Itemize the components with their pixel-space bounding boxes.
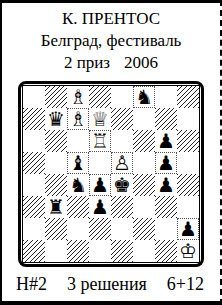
piece-black-pawn: ♟ — [157, 130, 175, 152]
square-a5 — [23, 152, 45, 174]
piece-white-bishop: ♗ — [69, 86, 87, 108]
piece-black-king: ♚ — [113, 174, 131, 196]
square-g6: ♟ — [155, 130, 177, 152]
piece-black-knight: ♞ — [135, 86, 153, 108]
square-h5 — [177, 152, 199, 174]
square-h7 — [177, 108, 199, 130]
square-a2 — [23, 218, 45, 240]
diagram-header: К. ПРЕНТОС Белград, фестиваль 2 приз2006 — [2, 3, 220, 74]
square-f4 — [133, 174, 155, 196]
square-g7 — [155, 108, 177, 130]
piece-white-rook: ♖ — [91, 130, 109, 152]
square-c4: ♞ — [67, 174, 89, 196]
square-h8 — [177, 86, 199, 108]
square-f3 — [133, 196, 155, 218]
square-b4 — [45, 174, 67, 196]
square-b2 — [45, 218, 67, 240]
square-a3 — [23, 196, 45, 218]
square-a1 — [23, 240, 45, 262]
square-e6 — [111, 130, 133, 152]
square-g5: ♟ — [155, 152, 177, 174]
square-c8: ♗ — [67, 86, 89, 108]
square-b6 — [45, 130, 67, 152]
author-line: К. ПРЕНТОС — [2, 8, 220, 30]
square-b1 — [45, 240, 67, 262]
event-line: Белград, фестиваль — [2, 30, 220, 52]
square-d7: ♕ — [89, 108, 111, 130]
square-d6: ♖ — [89, 130, 111, 152]
square-d5 — [89, 152, 111, 174]
piece-white-bishop: ♗ — [69, 108, 87, 130]
square-c2 — [67, 218, 89, 240]
piece-black-pawn: ♟ — [91, 196, 109, 218]
piece-black-pawn: ♟ — [157, 174, 175, 196]
square-d1 — [89, 240, 111, 262]
piece-black-knight: ♞ — [69, 174, 87, 196]
square-c7: ♗ — [67, 108, 89, 130]
square-g1 — [155, 240, 177, 262]
square-h1: ♔ — [177, 240, 199, 262]
square-e7 — [111, 108, 133, 130]
square-c3 — [67, 196, 89, 218]
piece-white-pawn: ♙ — [113, 152, 131, 174]
award-text: 2 приз — [64, 53, 110, 72]
square-c1 — [67, 240, 89, 262]
square-c6 — [67, 130, 89, 152]
square-a7 — [23, 108, 45, 130]
square-b8 — [45, 86, 67, 108]
square-f1 — [133, 240, 155, 262]
piece-white-queen: ♕ — [91, 108, 109, 130]
square-h6 — [177, 130, 199, 152]
square-d3: ♟ — [89, 196, 111, 218]
square-g8 — [155, 86, 177, 108]
diagram-page: К. ПРЕНТОС Белград, фестиваль 2 приз2006… — [0, 0, 222, 305]
award-line: 2 приз2006 — [2, 52, 220, 74]
square-e1 — [111, 240, 133, 262]
square-a4 — [23, 174, 45, 196]
piece-black-rook: ♜ — [47, 196, 65, 218]
piece-black-pawn: ♟ — [179, 218, 197, 240]
square-c5: ♝ — [67, 152, 89, 174]
square-g2 — [155, 218, 177, 240]
square-a6 — [23, 130, 45, 152]
square-e2 — [111, 218, 133, 240]
square-f2 — [133, 218, 155, 240]
chess-board-grid: ♗♞♛♗♕♖♟♝♙♟♞♟♚♟♜♟♟♔ — [22, 85, 200, 263]
square-e8 — [111, 86, 133, 108]
square-f8: ♞ — [133, 86, 155, 108]
square-f5 — [133, 152, 155, 174]
square-d8 — [89, 86, 111, 108]
chess-board: ♗♞♛♗♕♖♟♝♙♟♞♟♚♟♜♟♟♔ — [18, 81, 204, 267]
square-g3 — [155, 196, 177, 218]
square-e5: ♙ — [111, 152, 133, 174]
piece-black-pawn: ♟ — [157, 152, 175, 174]
material-count: 6+12 — [167, 274, 204, 295]
square-g4: ♟ — [155, 174, 177, 196]
square-h4 — [177, 174, 199, 196]
square-e3 — [111, 196, 133, 218]
piece-black-pawn: ♟ — [91, 174, 109, 196]
square-d4: ♟ — [89, 174, 111, 196]
square-b3: ♜ — [45, 196, 67, 218]
piece-black-queen: ♛ — [47, 108, 65, 130]
year-text: 2006 — [124, 53, 158, 72]
square-h3 — [177, 196, 199, 218]
square-d2 — [89, 218, 111, 240]
stipulation: Н#2 — [16, 274, 47, 295]
solutions-count: 3 решения — [67, 274, 147, 295]
square-f7 — [133, 108, 155, 130]
piece-black-bishop: ♝ — [69, 152, 87, 174]
piece-white-king: ♔ — [179, 240, 197, 262]
square-b7: ♛ — [45, 108, 67, 130]
square-a8 — [23, 86, 45, 108]
caption-line: Н#2 3 решения 6+12 — [2, 274, 220, 295]
square-b5 — [45, 152, 67, 174]
square-f6 — [133, 130, 155, 152]
square-h2: ♟ — [177, 218, 199, 240]
square-e4: ♚ — [111, 174, 133, 196]
